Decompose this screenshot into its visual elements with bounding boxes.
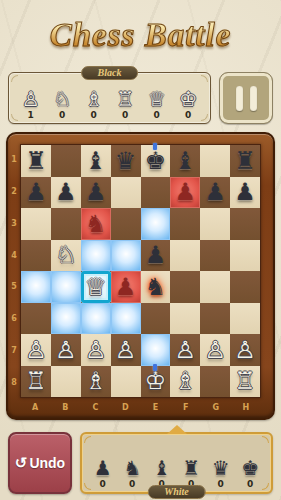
square-a4[interactable] <box>21 240 51 272</box>
square-h6[interactable] <box>230 303 260 335</box>
piece-white-pawn: ♙ <box>111 334 141 366</box>
white-pawn-icon: ♙ <box>22 88 40 110</box>
square-e8[interactable]: ♔ <box>141 366 171 398</box>
piece-white-bishop: ♗ <box>170 366 200 398</box>
piece-black-bishop: ♝ <box>81 145 111 177</box>
piece-white-rook: ♖ <box>21 366 51 398</box>
square-e1[interactable]: ♚ <box>141 145 171 177</box>
square-b4[interactable]: ♘ <box>51 240 81 272</box>
captured-count: 0 <box>129 480 135 489</box>
square-a2[interactable]: ♟ <box>21 177 51 209</box>
black-pawn-icon: ♟ <box>94 457 112 479</box>
square-f1[interactable]: ♝ <box>170 145 200 177</box>
square-c4[interactable] <box>81 240 111 272</box>
app-root: Chess Battle Black ♙1♘0♗0♖0♕0♔0 12345678… <box>0 10 281 500</box>
piece-black-bishop: ♝ <box>170 145 200 177</box>
file-label-b: B <box>50 399 80 416</box>
captured-count: 0 <box>91 111 97 120</box>
square-g2[interactable]: ♟ <box>200 177 230 209</box>
rank-labels: 12345678 <box>8 144 20 398</box>
square-c1[interactable]: ♝ <box>81 145 111 177</box>
square-b3[interactable] <box>51 208 81 240</box>
black-bishop-icon: ♝ <box>153 457 171 479</box>
white-knight-icon: ♘ <box>53 88 71 110</box>
file-label-d: D <box>110 399 140 416</box>
captured-black-pawn: ♟0 <box>94 457 112 489</box>
square-g6[interactable] <box>200 303 230 335</box>
piece-white-pawn: ♙ <box>230 334 260 366</box>
square-h5[interactable] <box>230 271 260 303</box>
square-g1[interactable] <box>200 145 230 177</box>
square-h8[interactable]: ♖ <box>230 366 260 398</box>
square-e5[interactable]: ♞ <box>141 271 171 303</box>
black-rook-icon: ♜ <box>182 457 200 479</box>
square-g3[interactable] <box>200 208 230 240</box>
captured-count: 0 <box>122 111 128 120</box>
piece-black-queen: ♛ <box>111 145 141 177</box>
rank-label-6: 6 <box>8 303 20 335</box>
square-b7[interactable]: ♙ <box>51 334 81 366</box>
square-c7[interactable]: ♙ <box>81 334 111 366</box>
rank-label-8: 8 <box>8 366 20 398</box>
piece-white-pawn: ♙ <box>170 334 200 366</box>
square-c2[interactable]: ♟ <box>81 177 111 209</box>
square-c5[interactable]: ♕ <box>81 271 111 303</box>
rank-label-1: 1 <box>8 144 20 176</box>
square-f2[interactable]: ♟ <box>170 177 200 209</box>
captured-white-knight: ♘0 <box>53 88 71 120</box>
rank-label-5: 5 <box>8 271 20 303</box>
piece-black-pawn: ♟ <box>170 177 200 209</box>
square-a5[interactable] <box>21 271 51 303</box>
white-queen-icon: ♕ <box>148 88 166 110</box>
piece-black-pawn: ♟ <box>200 177 230 209</box>
square-f7[interactable]: ♙ <box>170 334 200 366</box>
square-b2[interactable]: ♟ <box>51 177 81 209</box>
bottom-bar: ↺ Undo ♟0♞0♝0♜0♛0♚0 White <box>8 432 273 494</box>
square-d6[interactable] <box>111 303 141 335</box>
captured-tray-black: Black ♙1♘0♗0♖0♕0♔0 <box>8 72 211 124</box>
captured-black-king: ♚0 <box>241 457 259 489</box>
piece-white-pawn: ♙ <box>21 334 51 366</box>
square-h3[interactable] <box>230 208 260 240</box>
square-f6[interactable] <box>170 303 200 335</box>
white-tray-label: White <box>147 485 205 499</box>
captured-count: 1 <box>28 111 34 120</box>
rank-label-7: 7 <box>8 335 20 367</box>
square-h7[interactable]: ♙ <box>230 334 260 366</box>
square-d8[interactable] <box>111 366 141 398</box>
square-e3[interactable] <box>141 208 171 240</box>
square-d5[interactable]: ♟ <box>111 271 141 303</box>
piece-black-pawn: ♟ <box>51 177 81 209</box>
pause-icon <box>236 86 243 111</box>
captured-white-king: ♔0 <box>179 88 197 120</box>
king-gem-icon <box>153 364 157 371</box>
square-e6[interactable] <box>141 303 171 335</box>
square-b1[interactable] <box>51 145 81 177</box>
piece-black-knight: ♞ <box>141 271 171 303</box>
square-g8[interactable] <box>200 366 230 398</box>
square-h1[interactable]: ♜ <box>230 145 260 177</box>
piece-black-pawn: ♟ <box>230 177 260 209</box>
piece-black-pawn: ♟ <box>21 177 51 209</box>
rank-label-2: 2 <box>8 176 20 208</box>
captured-count: 0 <box>185 111 191 120</box>
panel-pointer-icon <box>167 425 187 434</box>
file-label-f: F <box>171 399 201 416</box>
black-king-icon: ♚ <box>241 457 259 479</box>
square-g5[interactable] <box>200 271 230 303</box>
square-f4[interactable] <box>170 240 200 272</box>
piece-white-knight: ♘ <box>51 240 81 272</box>
captured-count: 0 <box>59 111 65 120</box>
piece-white-king: ♔ <box>141 366 171 398</box>
piece-white-queen: ♕ <box>81 271 111 303</box>
square-a1[interactable]: ♜ <box>21 145 51 177</box>
square-c3[interactable]: ♞ <box>81 208 111 240</box>
chess-board: 12345678 ABCDEFGH ♜♝♛♚♝♜♟♟♟♟♟♟♞♘♟♕♟♞♙♙♙♙… <box>6 132 275 420</box>
top-bar: Black ♙1♘0♗0♖0♕0♔0 <box>8 72 273 124</box>
piece-black-rook: ♜ <box>21 145 51 177</box>
black-tray-label: Black <box>81 66 139 80</box>
white-bishop-icon: ♗ <box>85 88 103 110</box>
black-queen-icon: ♛ <box>212 457 230 479</box>
file-label-h: H <box>231 399 261 416</box>
file-label-c: C <box>80 399 110 416</box>
black-captured-pieces: ♙1♘0♗0♖0♕0♔0 <box>9 73 210 123</box>
piece-white-rook: ♖ <box>230 366 260 398</box>
square-d1[interactable]: ♛ <box>111 145 141 177</box>
undo-icon: ↺ <box>15 454 28 472</box>
captured-count: 0 <box>218 480 224 489</box>
rank-label-3: 3 <box>8 208 20 240</box>
piece-white-pawn: ♙ <box>51 334 81 366</box>
piece-black-pawn: ♟ <box>81 177 111 209</box>
square-b8[interactable] <box>51 366 81 398</box>
captured-white-rook: ♖0 <box>116 88 134 120</box>
square-e2[interactable] <box>141 177 171 209</box>
square-b6[interactable] <box>51 303 81 335</box>
board-grid: ♜♝♛♚♝♜♟♟♟♟♟♟♞♘♟♕♟♞♙♙♙♙♙♙♙♖♗♔♗♖ <box>20 144 261 398</box>
square-b5[interactable] <box>51 271 81 303</box>
captured-count: 0 <box>247 480 253 489</box>
captured-count: 0 <box>154 111 160 120</box>
square-d2[interactable] <box>111 177 141 209</box>
captured-white-queen: ♕0 <box>148 88 166 120</box>
piece-white-pawn: ♙ <box>81 334 111 366</box>
file-label-e: E <box>141 399 171 416</box>
undo-label: Undo <box>29 455 65 471</box>
rank-label-4: 4 <box>8 239 20 271</box>
piece-black-pawn: ♟ <box>141 240 171 272</box>
file-labels: ABCDEFGH <box>20 399 261 416</box>
square-d4[interactable] <box>111 240 141 272</box>
black-knight-icon: ♞ <box>123 457 141 479</box>
piece-black-king: ♚ <box>141 145 171 177</box>
piece-white-pawn: ♙ <box>200 334 230 366</box>
white-king-icon: ♔ <box>179 88 197 110</box>
square-c8[interactable]: ♗ <box>81 366 111 398</box>
square-e7[interactable] <box>141 334 171 366</box>
captured-black-queen: ♛0 <box>212 457 230 489</box>
square-a3[interactable] <box>21 208 51 240</box>
piece-white-bishop: ♗ <box>81 366 111 398</box>
file-label-a: A <box>20 399 50 416</box>
square-d7[interactable]: ♙ <box>111 334 141 366</box>
captured-count: 0 <box>100 480 106 489</box>
file-label-g: G <box>201 399 231 416</box>
piece-black-pawn: ♟ <box>111 271 141 303</box>
square-d3[interactable] <box>111 208 141 240</box>
square-g4[interactable] <box>200 240 230 272</box>
king-gem-icon <box>153 143 157 150</box>
captured-black-knight: ♞0 <box>123 457 141 489</box>
square-c6[interactable] <box>81 303 111 335</box>
square-f8[interactable]: ♗ <box>170 366 200 398</box>
square-f3[interactable] <box>170 208 200 240</box>
white-captured-pieces: ♟0♞0♝0♜0♛0♚0 <box>82 434 271 492</box>
app-title: Chess Battle <box>0 10 281 60</box>
piece-black-knight: ♞ <box>81 208 111 240</box>
pause-icon <box>250 86 257 111</box>
square-a7[interactable]: ♙ <box>21 334 51 366</box>
captured-tray-white: ♟0♞0♝0♜0♛0♚0 White <box>80 432 273 494</box>
pause-button[interactable] <box>219 72 273 124</box>
square-g7[interactable]: ♙ <box>200 334 230 366</box>
square-f5[interactable] <box>170 271 200 303</box>
undo-button[interactable]: ↺ Undo <box>8 432 72 494</box>
captured-white-bishop: ♗0 <box>85 88 103 120</box>
piece-black-rook: ♜ <box>230 145 260 177</box>
square-a6[interactable] <box>21 303 51 335</box>
square-e4[interactable]: ♟ <box>141 240 171 272</box>
captured-white-pawn: ♙1 <box>22 88 40 120</box>
white-rook-icon: ♖ <box>116 88 134 110</box>
square-h4[interactable] <box>230 240 260 272</box>
square-h2[interactable]: ♟ <box>230 177 260 209</box>
square-a8[interactable]: ♖ <box>21 366 51 398</box>
